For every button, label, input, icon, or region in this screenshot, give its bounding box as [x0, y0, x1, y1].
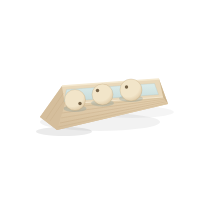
knob	[92, 84, 113, 105]
wooden-knob-board	[0, 0, 200, 200]
knob-hole	[96, 89, 99, 92]
knob	[120, 79, 142, 101]
knob-hole	[125, 85, 128, 88]
product-photo	[0, 0, 200, 200]
knob-hole	[78, 102, 81, 105]
knob	[65, 90, 86, 111]
